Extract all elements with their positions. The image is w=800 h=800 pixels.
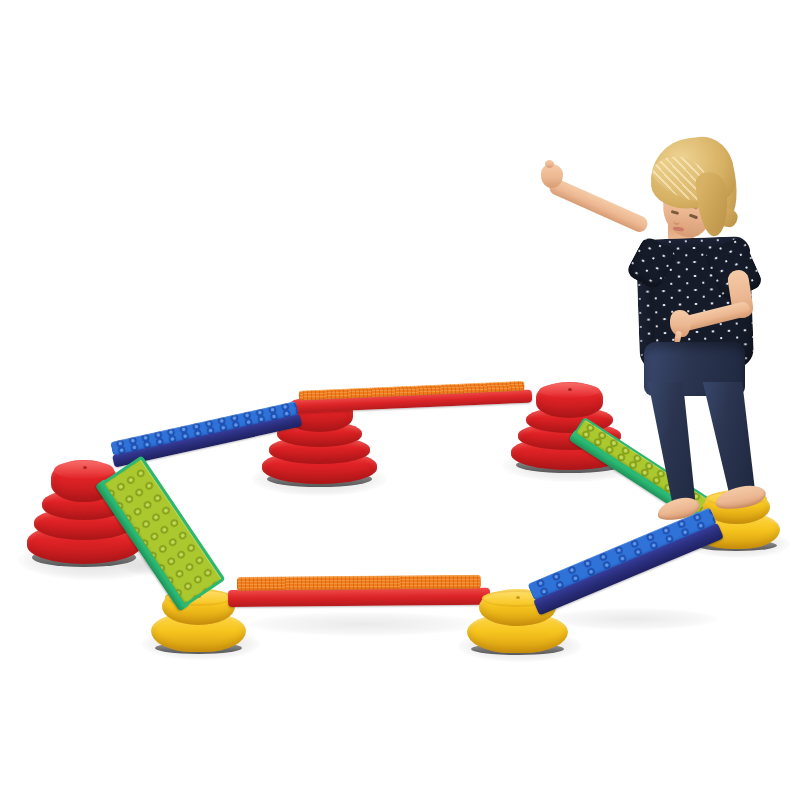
bare-foot-on-stone	[713, 482, 767, 512]
floor-shadow	[248, 612, 480, 636]
jeans-leg	[697, 382, 755, 495]
floor-shadow	[548, 608, 718, 630]
front-hand	[670, 310, 691, 337]
raised-arm	[547, 177, 650, 235]
jeans-leg	[643, 382, 700, 508]
balance-beam-top-orange	[292, 381, 533, 413]
product-photo-stage	[0, 0, 800, 800]
bare-foot-on-beam	[655, 494, 701, 523]
beam-tread-surface	[237, 575, 481, 591]
balance-beam-bottom-orange	[228, 575, 490, 607]
child-figure	[540, 130, 790, 540]
